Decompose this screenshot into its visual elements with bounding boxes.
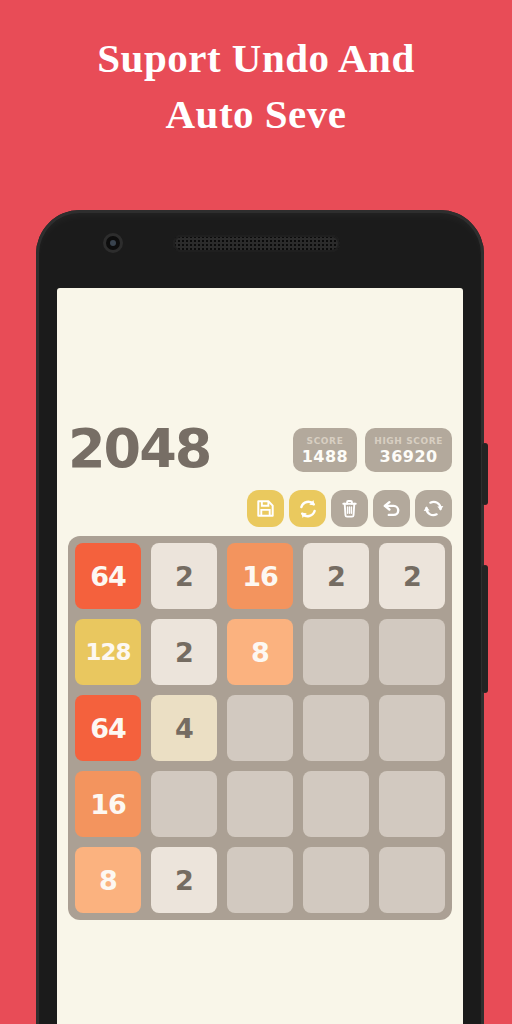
redo-button[interactable] bbox=[415, 490, 452, 527]
empty-cell bbox=[227, 847, 293, 913]
score-badges: SCORE 1488 HIGH SCORE 36920 bbox=[293, 428, 452, 472]
high-score-value: 36920 bbox=[380, 447, 438, 466]
score-value: 1488 bbox=[302, 447, 349, 466]
empty-cell bbox=[303, 771, 369, 837]
tile-64: 64 bbox=[75, 695, 141, 761]
caption-line-2: Auto Seve bbox=[0, 86, 512, 142]
promo-caption: Suport Undo And Auto Seve bbox=[0, 30, 512, 142]
tile-16: 16 bbox=[227, 543, 293, 609]
high-score-badge: HIGH SCORE 36920 bbox=[365, 428, 452, 472]
restart-button[interactable] bbox=[289, 490, 326, 527]
empty-cell bbox=[379, 619, 445, 685]
toolbar bbox=[68, 490, 452, 527]
empty-cell bbox=[303, 695, 369, 761]
tile-2: 2 bbox=[151, 847, 217, 913]
save-button[interactable] bbox=[247, 490, 284, 527]
save-icon bbox=[254, 497, 277, 520]
front-camera bbox=[103, 233, 123, 253]
app-header: 2048 SCORE 1488 HIGH SCORE 36920 bbox=[68, 424, 452, 478]
undo-icon bbox=[380, 497, 403, 520]
empty-cell bbox=[379, 847, 445, 913]
trash-icon bbox=[338, 497, 361, 520]
phone-power-button bbox=[482, 443, 488, 505]
phone-mockup: 2048 SCORE 1488 HIGH SCORE 36920 bbox=[36, 210, 484, 1024]
empty-cell bbox=[151, 771, 217, 837]
earpiece-speaker bbox=[173, 235, 340, 252]
phone-volume-button bbox=[482, 565, 488, 693]
empty-cell bbox=[227, 771, 293, 837]
app-logo: 2048 bbox=[68, 424, 210, 474]
empty-cell bbox=[379, 771, 445, 837]
tile-8: 8 bbox=[227, 619, 293, 685]
screenshot-root: Suport Undo And Auto Seve 2048 SCORE 148… bbox=[0, 0, 512, 1024]
caption-line-1: Suport Undo And bbox=[0, 30, 512, 86]
tile-2: 2 bbox=[151, 619, 217, 685]
empty-cell bbox=[303, 847, 369, 913]
tile-2: 2 bbox=[303, 543, 369, 609]
high-score-label: HIGH SCORE bbox=[374, 435, 443, 447]
empty-cell bbox=[379, 695, 445, 761]
empty-cell bbox=[227, 695, 293, 761]
game-app: 2048 SCORE 1488 HIGH SCORE 36920 bbox=[68, 288, 452, 920]
empty-cell bbox=[303, 619, 369, 685]
tile-16: 16 bbox=[75, 771, 141, 837]
tile-64: 64 bbox=[75, 543, 141, 609]
restart-icon bbox=[296, 497, 320, 521]
tile-128: 128 bbox=[75, 619, 141, 685]
tile-4: 4 bbox=[151, 695, 217, 761]
tile-8: 8 bbox=[75, 847, 141, 913]
tile-2: 2 bbox=[151, 543, 217, 609]
trash-button[interactable] bbox=[331, 490, 368, 527]
score-label: SCORE bbox=[307, 435, 344, 447]
score-badge: SCORE 1488 bbox=[293, 428, 358, 472]
phone-screen: 2048 SCORE 1488 HIGH SCORE 36920 bbox=[57, 288, 463, 1024]
board-2048[interactable]: 6421622128286441682 bbox=[68, 536, 452, 920]
tile-2: 2 bbox=[379, 543, 445, 609]
undo-button[interactable] bbox=[373, 490, 410, 527]
redo-icon bbox=[422, 497, 445, 520]
